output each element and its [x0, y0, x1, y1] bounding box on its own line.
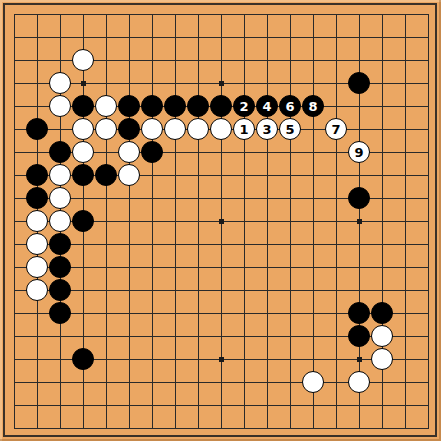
grid-line-horizontal-19 [14, 428, 429, 429]
star-point-9-9 [219, 219, 224, 224]
move-number-label: 2 [239, 100, 248, 113]
grid-line-horizontal-12 [14, 267, 429, 268]
black-stone-c6 [49, 302, 71, 324]
grid-line-vertical-12 [267, 14, 268, 429]
grid-line-vertical-15 [336, 14, 337, 429]
go-board[interactable]: 246813579 [0, 0, 441, 441]
star-point-9-15 [219, 357, 224, 362]
black-stone-d12 [72, 164, 94, 186]
grid-line-horizontal-13 [14, 290, 429, 291]
white-stone-b10 [26, 210, 48, 232]
black-stone-b11 [26, 187, 48, 209]
move-number-label: 6 [285, 100, 294, 113]
black-stone-k15 [210, 95, 232, 117]
black-stone-c9 [49, 233, 71, 255]
white-stone-f12 [118, 164, 140, 186]
black-stone-g13 [141, 141, 163, 163]
white-stone-b9 [26, 233, 48, 255]
star-point-9-3 [219, 81, 224, 86]
black-stone-b14 [26, 118, 48, 140]
move-9-white-stone-q13: 9 [348, 141, 370, 163]
move-6-black-stone-n15: 6 [279, 95, 301, 117]
white-stone-b7 [26, 279, 48, 301]
black-stone-c7 [49, 279, 71, 301]
grid-line-vertical-11 [244, 14, 245, 429]
white-stone-c10 [49, 210, 71, 232]
grid-line-horizontal-11 [14, 244, 429, 245]
screenshot-stage: 246813579 [0, 0, 441, 441]
black-stone-c13 [49, 141, 71, 163]
move-3-white-stone-m14: 3 [256, 118, 278, 140]
move-7-white-stone-p14: 7 [325, 118, 347, 140]
black-stone-q11 [348, 187, 370, 209]
grid-line-vertical-13 [290, 14, 291, 429]
move-number-label: 7 [331, 123, 340, 136]
white-stone-b8 [26, 256, 48, 278]
white-stone-c16 [49, 72, 71, 94]
white-stone-d13 [72, 141, 94, 163]
black-stone-d15 [72, 95, 94, 117]
black-stone-g15 [141, 95, 163, 117]
grid-line-vertical-14 [313, 14, 314, 429]
black-stone-f15 [118, 95, 140, 117]
white-stone-r5 [371, 325, 393, 347]
black-stone-q6 [348, 302, 370, 324]
white-stone-c12 [49, 164, 71, 186]
white-stone-k14 [210, 118, 232, 140]
white-stone-g14 [141, 118, 163, 140]
white-stone-j14 [187, 118, 209, 140]
black-stone-j15 [187, 95, 209, 117]
move-number-label: 9 [354, 146, 363, 159]
white-stone-d14 [72, 118, 94, 140]
move-1-white-stone-l14: 1 [233, 118, 255, 140]
move-number-label: 4 [262, 100, 271, 113]
move-number-label: 3 [262, 123, 271, 136]
black-stone-f14 [118, 118, 140, 140]
black-stone-d10 [72, 210, 94, 232]
black-stone-q16 [348, 72, 370, 94]
move-8-black-stone-o15: 8 [302, 95, 324, 117]
move-5-white-stone-n14: 5 [279, 118, 301, 140]
black-stone-q5 [348, 325, 370, 347]
move-4-black-stone-m15: 4 [256, 95, 278, 117]
move-number-label: 8 [308, 100, 317, 113]
move-number-label: 1 [239, 123, 248, 136]
black-stone-b12 [26, 164, 48, 186]
white-stone-d17 [72, 49, 94, 71]
black-stone-e12 [95, 164, 117, 186]
white-stone-c11 [49, 187, 71, 209]
black-stone-h15 [164, 95, 186, 117]
white-stone-f13 [118, 141, 140, 163]
black-stone-d4 [72, 348, 94, 370]
star-point-3-3 [81, 81, 86, 86]
star-point-15-9 [357, 219, 362, 224]
white-stone-q3 [348, 371, 370, 393]
black-stone-c8 [49, 256, 71, 278]
black-stone-r6 [371, 302, 393, 324]
white-stone-o3 [302, 371, 324, 393]
white-stone-c15 [49, 95, 71, 117]
grid-line-vertical-19 [428, 14, 429, 429]
white-stone-e15 [95, 95, 117, 117]
move-number-label: 5 [285, 123, 294, 136]
move-2-black-stone-l15: 2 [233, 95, 255, 117]
white-stone-e14 [95, 118, 117, 140]
grid-line-vertical-18 [405, 14, 406, 429]
grid-line-horizontal-18 [14, 405, 429, 406]
star-point-15-15 [357, 357, 362, 362]
white-stone-h14 [164, 118, 186, 140]
white-stone-r4 [371, 348, 393, 370]
